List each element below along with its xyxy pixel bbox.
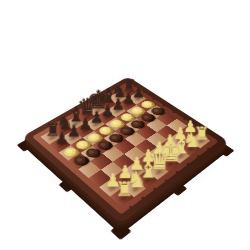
case-rim: ♜♞♝♛♚♝♞♜♟♟♟♟♟♟♟♟♟♟♟♟♟♟♟♟♜♞♝♛♚♝♞♜ [22,76,228,224]
piece-glyph: ♟ [36,130,88,146]
piece-glyph: ♜ [96,179,154,199]
square-a1: ♜ [110,188,134,207]
veneer-border: ♜♞♝♛♚♝♞♜♟♟♟♟♟♟♟♟♟♟♟♟♟♟♟♟♜♞♝♛♚♝♞♜ [32,82,219,215]
product-photo-stage: ♜♞♝♛♚♝♞♜♟♟♟♟♟♟♟♟♟♟♟♟♟♟♟♟♜♞♝♛♚♝♞♜ [0,0,250,250]
chessboard-3d: ♜♞♝♛♚♝♞♜♟♟♟♟♟♟♟♟♟♟♟♟♟♟♟♟♜♞♝♛♚♝♞♜ [22,76,228,224]
scene-3d: ♜♞♝♛♚♝♞♜♟♟♟♟♟♟♟♟♟♟♟♟♟♟♟♟♜♞♝♛♚♝♞♜ [0,0,250,250]
